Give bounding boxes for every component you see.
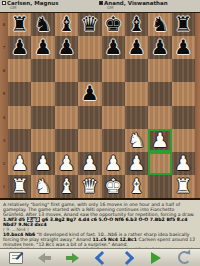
black-player-info: Anand, Viswanathan GM [99,0,168,12]
rank-label-1: 1 [0,175,8,198]
square-e8[interactable]: ♚ [102,13,125,36]
square-b8[interactable]: ♞ [31,13,54,36]
square-g7[interactable]: ♟ [148,36,171,59]
square-d3[interactable] [78,129,101,152]
black-knight: ♞ [34,13,52,36]
step-forward-icon [66,253,79,263]
square-f3[interactable]: ♞ [125,129,148,152]
square-e7[interactable]: ♟ [102,36,125,59]
square-h5[interactable] [172,82,195,105]
square-h4[interactable] [172,106,195,129]
rank-label-6: 6 [0,59,8,82]
white-bishop: ♝ [57,175,75,198]
rank-label-3: 3 [0,129,8,152]
square-c1[interactable]: ♝ [55,175,78,198]
square-h7[interactable]: ♟ [172,36,195,59]
black-pawn: ♟ [34,36,52,59]
black-pawn: ♟ [104,36,122,59]
square-b6[interactable] [31,59,54,82]
flip-refresh-button[interactable] [175,250,193,266]
square-h6[interactable] [172,59,195,82]
square-b7[interactable]: ♟ [31,36,54,59]
rank-label-8: 8 [0,13,8,36]
white-color-icon [2,1,6,5]
white-rook: ♜ [11,175,29,198]
rank-coordinates: 87654321 [0,13,8,198]
square-d2[interactable]: ♟ [78,152,101,175]
square-f8[interactable]: ♝ [125,13,148,36]
step-back-icon [38,253,51,263]
white-pawn: ♟ [34,152,52,175]
square-a6[interactable] [8,59,31,82]
square-f4[interactable] [125,106,148,129]
white-bishop: ♝ [128,175,146,198]
prev-move-icon [94,250,108,264]
square-d5[interactable]: ♟ [78,82,101,105]
board-grid: ♜♞♝♛♚♝♞♜♟♟♟♟♟♟♟♟♞♟♟♟♟♟♟♟♟♜♞♝♛♚♝♜ [8,13,195,198]
black-rook: ♜ [11,13,29,36]
annotation-button[interactable] [7,250,25,266]
white-king: ♚ [104,175,122,198]
black-player-title: GM [107,6,168,10]
chess-app-window: Carlsen, Magnus GM Anand, Viswanathan GM… [0,0,200,266]
toolbar [0,248,200,266]
square-a4[interactable] [8,106,31,129]
rank-label-4: 4 [0,106,8,129]
square-b2[interactable]: ♟ [31,152,54,175]
black-bishop: ♝ [128,13,146,36]
square-f6[interactable] [125,59,148,82]
square-a8[interactable]: ♜ [8,13,31,36]
white-pawn: ♟ [151,129,169,152]
square-a2[interactable]: ♟ [8,152,31,175]
square-c4[interactable] [55,106,78,129]
square-c3[interactable] [55,129,78,152]
play-icon [151,252,161,264]
square-f5[interactable] [125,82,148,105]
square-e4[interactable] [102,106,125,129]
black-pawn: ♟ [11,36,29,59]
square-a7[interactable]: ♟ [8,36,31,59]
annotation-segment-normal-0: A relatively "boring" first game, with o… [3,202,195,217]
white-rook: ♜ [174,175,192,198]
square-b3[interactable] [31,129,54,152]
next-move-icon [119,250,133,264]
black-pawn: ♟ [81,82,99,105]
black-color-icon [99,1,103,5]
step-forward-button[interactable] [63,250,81,266]
square-f1[interactable]: ♝ [125,175,148,198]
white-player-title: GM [10,6,59,10]
square-g8[interactable]: ♞ [148,13,171,36]
square-e2[interactable]: ♟ [102,152,125,175]
square-f7[interactable]: ♟ [125,36,148,59]
square-e5[interactable] [102,82,125,105]
white-player-info: Carlsen, Magnus GM [2,0,59,12]
square-b1[interactable]: ♞ [31,175,54,198]
white-pawn: ♟ [57,152,75,175]
black-knight: ♞ [151,13,169,36]
square-d1[interactable]: ♛ [78,175,101,198]
white-queen: ♛ [81,175,99,198]
square-b4[interactable] [31,106,54,129]
square-c6[interactable] [55,59,78,82]
square-d8[interactable]: ♛ [78,13,101,36]
white-pawn: ♟ [81,152,99,175]
square-c8[interactable]: ♝ [55,13,78,36]
black-pawn: ♟ [57,36,75,59]
chess-board: 87654321 ♜♞♝♛♚♝♞♜♟♟♟♟♟♟♟♟♞♟♟♟♟♟♟♟♟♜♞♝♛♚♝… [0,12,200,200]
step-back-button[interactable] [35,250,53,266]
square-d4[interactable] [78,106,101,129]
black-rook: ♜ [174,13,192,36]
rank-label-5: 5 [0,82,8,105]
white-pawn: ♟ [174,152,192,175]
square-c5[interactable] [55,82,78,105]
board-frame-right [195,13,200,198]
square-g3[interactable]: ♟ [148,129,171,152]
black-pawn: ♟ [151,36,169,59]
square-e6[interactable] [102,59,125,82]
black-queen: ♛ [81,13,99,36]
white-knight: ♞ [34,175,52,198]
square-h8[interactable]: ♜ [172,13,195,36]
annotation-icon [9,252,23,264]
square-g2[interactable] [148,152,171,175]
square-e3[interactable] [102,129,125,152]
black-pawn: ♟ [128,36,146,59]
square-a5[interactable] [8,82,31,105]
square-f2[interactable]: ♟ [125,152,148,175]
square-g1[interactable] [148,175,171,198]
square-g4[interactable] [148,106,171,129]
square-c2[interactable]: ♟ [55,152,78,175]
square-a1[interactable]: ♜ [8,175,31,198]
square-e1[interactable]: ♚ [102,175,125,198]
square-h3[interactable] [172,129,195,152]
rank-label-2: 2 [0,152,8,175]
white-pawn: ♟ [104,152,122,175]
square-b5[interactable] [31,82,54,105]
black-bishop: ♝ [57,13,75,36]
square-g5[interactable] [148,82,171,105]
square-h1[interactable]: ♜ [172,175,195,198]
player-header: Carlsen, Magnus GM Anand, Viswanathan GM [0,0,200,12]
annotation-panel: A relatively "boring" first game, with o… [0,200,200,248]
square-d7[interactable] [78,36,101,59]
play-button[interactable] [147,250,165,266]
white-pawn: ♟ [128,152,146,175]
white-pawn: ♟ [11,152,29,175]
next-move-button[interactable] [119,250,137,266]
flip-refresh-icon [178,251,191,264]
white-knight: ♞ [128,129,146,152]
black-king: ♚ [104,13,122,36]
square-a3[interactable] [8,129,31,152]
square-d6[interactable] [78,59,101,82]
black-pawn: ♟ [174,36,192,59]
prev-move-button[interactable] [91,250,109,266]
square-h2[interactable]: ♟ [172,152,195,175]
square-c7[interactable]: ♟ [55,36,78,59]
rank-label-7: 7 [0,36,8,59]
square-g6[interactable] [148,59,171,82]
